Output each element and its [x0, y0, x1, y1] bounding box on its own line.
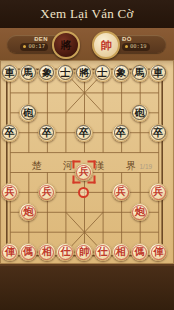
piece-red-9-5[interactable]: 仕 — [94, 243, 112, 261]
black-player-name: ĐEN — [34, 36, 48, 42]
intersection-2-4[interactable] — [75, 103, 94, 123]
red-player-info: ĐỎ 00:19 — [122, 36, 150, 51]
timer-icon — [125, 45, 128, 48]
intersection-0-3[interactable]: 士 — [56, 63, 75, 83]
intersection-1-2[interactable] — [38, 83, 57, 103]
title-bar: Xem Lại Ván Cờ — [0, 0, 174, 28]
intersection-6-1[interactable] — [19, 182, 38, 202]
intersection-9-2[interactable]: 相 — [38, 242, 57, 262]
piece-red-6-6[interactable]: 兵 — [112, 183, 130, 201]
intersection-7-2[interactable] — [38, 202, 57, 222]
intersection-8-6[interactable] — [112, 222, 131, 242]
intersection-9-4[interactable]: 帥 — [75, 242, 94, 262]
piece-red-9-2[interactable]: 相 — [38, 243, 56, 261]
intersection-3-2[interactable]: 卒 — [38, 123, 57, 143]
intersection-0-8[interactable]: 車 — [149, 63, 168, 83]
intersection-6-0[interactable]: 兵 — [1, 182, 20, 202]
intersection-2-7[interactable]: 砲 — [130, 103, 149, 123]
intersection-0-2[interactable]: 象 — [38, 63, 57, 83]
piece-black-3-2[interactable]: 卒 — [38, 124, 56, 142]
intersection-8-2[interactable] — [38, 222, 57, 242]
intersection-1-0[interactable] — [1, 83, 20, 103]
intersection-0-6[interactable]: 象 — [112, 63, 131, 83]
piece-black-3-8[interactable]: 卒 — [149, 124, 167, 142]
intersection-7-8[interactable] — [149, 202, 168, 222]
intersection-4-0[interactable] — [1, 143, 20, 163]
intersection-7-3[interactable] — [56, 202, 75, 222]
intersection-1-5[interactable] — [93, 83, 112, 103]
intersection-6-3[interactable] — [56, 182, 75, 202]
piece-black-0-6[interactable]: 象 — [112, 64, 130, 82]
intersection-1-7[interactable] — [130, 83, 149, 103]
intersection-6-2[interactable]: 兵 — [38, 182, 57, 202]
intersection-3-6[interactable]: 卒 — [112, 123, 131, 143]
piece-red-9-3[interactable]: 仕 — [56, 243, 74, 261]
red-player-name: ĐỎ — [122, 36, 132, 42]
intersection-0-7[interactable]: 馬 — [130, 63, 149, 83]
intersection-1-6[interactable] — [112, 83, 131, 103]
intersection-6-4[interactable] — [75, 182, 94, 202]
piece-black-3-0[interactable]: 卒 — [1, 124, 19, 142]
intersection-7-7[interactable]: 炮 — [130, 202, 149, 222]
piece-black-2-7[interactable]: 砲 — [131, 104, 149, 122]
piece-black-0-5[interactable]: 士 — [94, 64, 112, 82]
intersection-1-3[interactable] — [56, 83, 75, 103]
intersection-3-1[interactable] — [19, 123, 38, 143]
piece-red-9-6[interactable]: 相 — [112, 243, 130, 261]
intersection-2-2[interactable] — [38, 103, 57, 123]
intersection-8-0[interactable] — [1, 222, 20, 242]
app-window: Xem Lại Ván Cờ ĐEN 00:17 將 ĐỎ 00:19 帥 — [0, 0, 174, 310]
intersection-4-8[interactable] — [149, 143, 168, 163]
intersection-6-8[interactable]: 兵 — [149, 182, 168, 202]
intersection-8-5[interactable] — [93, 222, 112, 242]
intersection-5-0[interactable] — [1, 162, 20, 182]
board-area: 車馬象士將士象馬車砲砲卒卒卒卒卒兵兵兵兵兵炮炮俥傌相仕帥仕相傌俥 楚 河 漢 界… — [1, 63, 168, 262]
intersection-3-8[interactable]: 卒 — [149, 123, 168, 143]
intersection-7-1[interactable]: 炮 — [19, 202, 38, 222]
red-general-badge-icon: 帥 — [92, 31, 120, 59]
intersection-0-1[interactable]: 馬 — [19, 63, 38, 83]
intersection-8-4[interactable] — [75, 222, 94, 242]
intersection-0-0[interactable]: 車 — [1, 63, 20, 83]
piece-red-5-4[interactable]: 兵 — [75, 163, 93, 181]
intersection-0-5[interactable]: 士 — [93, 63, 112, 83]
piece-black-0-1[interactable]: 馬 — [19, 64, 37, 82]
intersection-2-6[interactable] — [112, 103, 131, 123]
intersection-3-7[interactable] — [130, 123, 149, 143]
piece-red-6-8[interactable]: 兵 — [149, 183, 167, 201]
piece-black-0-8[interactable]: 車 — [149, 64, 167, 82]
piece-red-9-7[interactable]: 傌 — [131, 243, 149, 261]
intersection-3-4[interactable]: 卒 — [75, 123, 94, 143]
intersection-8-3[interactable] — [56, 222, 75, 242]
piece-red-9-4[interactable]: 帥 — [75, 243, 93, 261]
intersection-9-6[interactable]: 相 — [112, 242, 131, 262]
piece-black-3-4[interactable]: 卒 — [75, 124, 93, 142]
intersection-9-8[interactable]: 俥 — [149, 242, 168, 262]
intersection-6-6[interactable]: 兵 — [112, 182, 131, 202]
intersection-9-0[interactable]: 俥 — [1, 242, 20, 262]
intersection-7-6[interactable] — [112, 202, 131, 222]
intersection-2-1[interactable]: 砲 — [19, 103, 38, 123]
intersection-3-0[interactable]: 卒 — [1, 123, 20, 143]
intersection-3-5[interactable] — [93, 123, 112, 143]
intersection-6-7[interactable] — [130, 182, 149, 202]
intersection-1-4[interactable] — [75, 83, 94, 103]
move-origin-marker — [78, 187, 89, 198]
piece-red-6-0[interactable]: 兵 — [1, 183, 19, 201]
piece-black-3-6[interactable]: 卒 — [112, 124, 130, 142]
red-player-clock: 00:19 — [122, 43, 150, 51]
intersection-2-8[interactable] — [149, 103, 168, 123]
xiangqi-board: 車馬象士將士象馬車砲砲卒卒卒卒卒兵兵兵兵兵炮炮俥傌相仕帥仕相傌俥 楚 河 漢 界… — [0, 60, 174, 264]
piece-red-9-1[interactable]: 傌 — [19, 243, 37, 261]
intersection-3-3[interactable] — [56, 123, 75, 143]
intersection-0-4[interactable]: 將 — [75, 63, 94, 83]
move-counter: 1/19 — [140, 163, 153, 170]
piece-red-6-2[interactable]: 兵 — [38, 183, 56, 201]
page-title: Xem Lại Ván Cờ — [40, 6, 134, 22]
black-player-clock: 00:17 — [20, 43, 48, 51]
intersection-5-4[interactable]: 兵 — [75, 162, 94, 182]
piece-black-0-2[interactable]: 象 — [38, 64, 56, 82]
piece-black-0-4[interactable]: 將 — [75, 64, 93, 82]
intersection-2-5[interactable] — [93, 103, 112, 123]
piece-black-2-1[interactable]: 砲 — [19, 104, 37, 122]
red-clock-value: 00:19 — [130, 44, 147, 50]
intersection-6-5[interactable] — [93, 182, 112, 202]
intersection-8-7[interactable] — [130, 222, 149, 242]
piece-black-0-3[interactable]: 士 — [56, 64, 74, 82]
piece-red-7-7[interactable]: 炮 — [131, 203, 149, 221]
intersection-9-1[interactable]: 傌 — [19, 242, 38, 262]
black-clock-value: 00:17 — [28, 44, 45, 50]
intersection-2-0[interactable] — [1, 103, 20, 123]
timer-icon — [23, 45, 26, 48]
piece-red-9-0[interactable]: 俥 — [1, 243, 19, 261]
piece-black-0-0[interactable]: 車 — [1, 64, 19, 82]
river-label-right: 漢 界 — [95, 159, 145, 173]
piece-red-9-8[interactable]: 俥 — [149, 243, 167, 261]
intersection-8-8[interactable] — [149, 222, 168, 242]
replay-control-bar: ↵ ‹ ▶ › ▸ » — [0, 264, 174, 310]
intersection-2-3[interactable] — [56, 103, 75, 123]
intersection-1-8[interactable] — [149, 83, 168, 103]
piece-red-7-1[interactable]: 炮 — [19, 203, 37, 221]
intersection-9-7[interactable]: 傌 — [130, 242, 149, 262]
intersection-8-1[interactable] — [19, 222, 38, 242]
black-player-info: ĐEN 00:17 — [20, 36, 48, 51]
piece-black-0-7[interactable]: 馬 — [131, 64, 149, 82]
intersection-1-1[interactable] — [19, 83, 38, 103]
intersection-7-5[interactable] — [93, 202, 112, 222]
intersection-7-4[interactable] — [75, 202, 94, 222]
intersection-7-0[interactable] — [1, 202, 20, 222]
intersection-9-3[interactable]: 仕 — [56, 242, 75, 262]
intersection-9-5[interactable]: 仕 — [93, 242, 112, 262]
black-general-badge-icon: 將 — [52, 31, 80, 59]
